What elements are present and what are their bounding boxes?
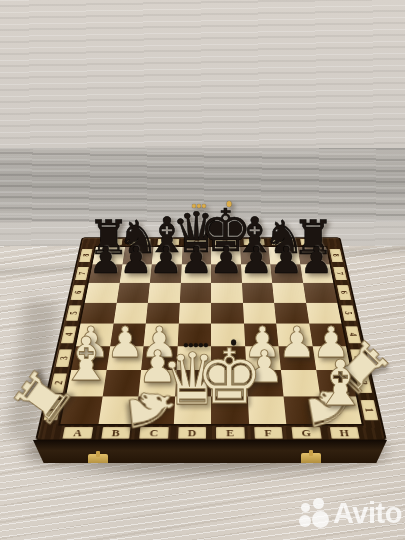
piece-black-pawn-c7[interactable]: ♟ [149, 242, 182, 279]
square-h6[interactable] [303, 283, 338, 303]
white-king-crown-tip-dots [216, 339, 250, 345]
square-b6[interactable] [116, 283, 150, 303]
square-a6[interactable] [85, 283, 120, 303]
piece-black-pawn-f7[interactable]: ♟ [239, 242, 272, 279]
piece-white-bishop-a2[interactable]: ♝ [59, 329, 113, 389]
piece-white-king-e1[interactable]: ♚ [196, 340, 264, 416]
square-d5[interactable] [178, 302, 211, 323]
piece-white-bishop-h1[interactable]: ♝ [312, 353, 368, 416]
rank-label-left-7: 7 [75, 267, 89, 281]
piece-black-pawn-d7[interactable]: ♟ [179, 242, 212, 279]
piece-black-pawn-g7[interactable]: ♟ [270, 242, 303, 279]
avito-watermark: Avito [297, 496, 402, 530]
file-label-f: F [254, 427, 283, 439]
chess-set-photo: ABCDEFGH ABCDEFGH 87654321 87654321 ♜♞♝♛… [0, 0, 405, 540]
square-d6[interactable] [179, 283, 211, 303]
piece-black-pawn-b7[interactable]: ♟ [119, 242, 152, 279]
rank-label-right-6: 6 [337, 285, 351, 300]
avito-logo-icon [297, 496, 329, 530]
piece-black-pawn-a7[interactable]: ♟ [89, 242, 122, 279]
file-label-a: A [62, 427, 92, 439]
file-label-e: E [216, 427, 244, 439]
square-e6[interactable] [211, 283, 243, 303]
square-f6[interactable] [242, 283, 275, 303]
square-c6[interactable] [148, 283, 181, 303]
rank-label-left-6: 6 [71, 285, 85, 300]
square-g6[interactable] [272, 283, 306, 303]
piece-black-pawn-h7[interactable]: ♟ [300, 242, 333, 279]
piece-black-pawn-e7[interactable]: ♟ [209, 242, 242, 279]
rank-label-right-7: 7 [333, 267, 347, 281]
avito-watermark-text: Avito [333, 497, 402, 530]
board-front-edge [33, 440, 387, 463]
square-e5[interactable] [211, 302, 244, 323]
